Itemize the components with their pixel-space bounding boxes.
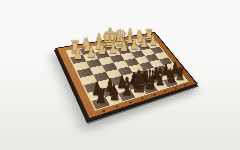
frame-inlay-dot bbox=[102, 110, 106, 113]
photo-backdrop: ♜♞♝♛♚♝♞♜♟♟♟♟♟♟♟♟♟♟♟♟♟♟♟♟♜♞♝♛♚♝♞♜ bbox=[0, 0, 240, 150]
frame-inlay-dot bbox=[116, 105, 119, 107]
frame-inlay-dot bbox=[184, 84, 187, 86]
chess-board bbox=[55, 32, 198, 120]
board-grid bbox=[66, 36, 189, 111]
frame-inlay-dot bbox=[174, 87, 177, 89]
frame-inlay-dot bbox=[164, 90, 167, 92]
frame-inlay-dot bbox=[153, 94, 156, 96]
frame-inlay-dot bbox=[141, 97, 144, 99]
frame-inlay-dot bbox=[129, 101, 132, 103]
